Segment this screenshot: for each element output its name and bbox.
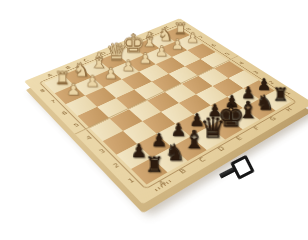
board-square: ♟: [227, 88, 259, 108]
latch-hook: [230, 155, 255, 180]
chess-board: ♜♞♝♛♚♝♞♜♟♟♟♟♟♟♟♟♟♟♟♟♟♟♟♟♜♞♝♛♚♝♞♜ AABBCCD…: [24, 18, 308, 204]
chess-set-photo: ♜♞♝♛♚♝♞♜♟♟♟♟♟♟♟♟♟♟♟♟♟♟♟♟♜♞♝♛♚♝♞♜ AABBCCD…: [0, 0, 308, 240]
board-grid: ♜♞♝♛♚♝♞♜♟♟♟♟♟♟♟♟♟♟♟♟♟♟♟♟♜♞♝♛♚♝♞♜: [44, 27, 291, 184]
